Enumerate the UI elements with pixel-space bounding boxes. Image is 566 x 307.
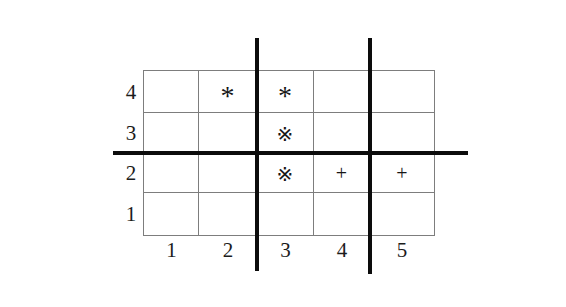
cell-c4-r1: [314, 193, 370, 235]
cell-c3-r1: [257, 193, 314, 235]
cell-c4-r4: [314, 71, 370, 113]
row-label-3: 3: [116, 113, 146, 153]
mark-reference-mark: ※: [277, 164, 294, 184]
cell-c2-r4: *: [199, 71, 257, 113]
cell-c3-r4: *: [257, 71, 314, 113]
cell-c5-r2: +: [370, 153, 434, 193]
cell-c4-r2: +: [314, 153, 370, 193]
thick-horizontal-line-between-row3-row2: [113, 151, 468, 155]
cell-c1-r4: [144, 71, 199, 113]
cell-c5-r4: [370, 71, 434, 113]
row-label-2: 2: [116, 153, 146, 193]
column-label-3: 3: [257, 238, 314, 263]
row-label-4: 4: [116, 71, 146, 113]
cell-c3-r3: ※: [257, 113, 314, 153]
cell-c1-r1: [144, 193, 199, 235]
mark-asterisk: *: [221, 82, 235, 110]
row-label-1: 1: [116, 193, 146, 235]
cell-c2-r2: [199, 153, 257, 193]
cell-c4-r3: [314, 113, 370, 153]
column-label-1: 1: [144, 238, 199, 263]
mark-asterisk: *: [278, 82, 292, 110]
mark-plus: +: [396, 163, 407, 183]
cell-c5-r1: [370, 193, 434, 235]
thick-vertical-line-between-col4-col5: [368, 38, 372, 274]
column-label-4: 4: [314, 238, 370, 263]
column-labels: 12345: [144, 238, 434, 260]
cell-c1-r2: [144, 153, 199, 193]
cell-c2-r3: [199, 113, 257, 153]
cell-c3-r2: ※: [257, 153, 314, 193]
mark-reference-mark: ※: [277, 124, 294, 144]
cell-c1-r3: [144, 113, 199, 153]
cell-c2-r1: [199, 193, 257, 235]
grid-diagram: **※※++ 4321 12345: [0, 0, 566, 307]
column-label-5: 5: [370, 238, 434, 263]
mark-plus: +: [336, 163, 347, 183]
cell-c5-r3: [370, 113, 434, 153]
column-label-2: 2: [199, 238, 257, 263]
